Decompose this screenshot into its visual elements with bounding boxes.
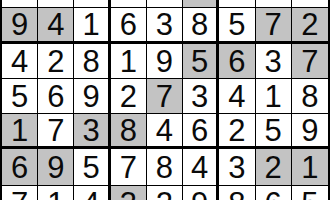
cell-r1-c1[interactable]: 9 — [2, 8, 38, 44]
cell-r1-c9[interactable]: 2 — [292, 8, 328, 44]
cell-r1-c4[interactable]: 6 — [111, 8, 147, 44]
cell-r2-c2[interactable]: 2 — [38, 44, 74, 79]
cell-r6-c4[interactable]: 3 — [111, 186, 147, 200]
cell-r6-c7[interactable]: 8 — [219, 186, 255, 200]
cell-r0-c4[interactable] — [111, 0, 147, 8]
cell-r3-c5[interactable]: 7 — [147, 79, 183, 114]
cell-r2-c3[interactable]: 8 — [74, 44, 110, 79]
cell-r6-c6[interactable]: 9 — [183, 186, 219, 200]
cell-r3-c9[interactable]: 8 — [292, 79, 328, 114]
cell-r3-c8[interactable]: 1 — [256, 79, 292, 114]
cell-r3-c4[interactable]: 2 — [111, 79, 147, 114]
cell-r6-c5[interactable]: 2 — [147, 186, 183, 200]
cell-r4-c8[interactable]: 5 — [256, 114, 292, 149]
cell-r4-c7[interactable]: 2 — [219, 114, 255, 149]
cell-r4-c6[interactable]: 6 — [183, 114, 219, 149]
cell-r6-c3[interactable]: 4 — [74, 186, 110, 200]
cell-r1-c2[interactable]: 4 — [38, 8, 74, 44]
cell-r0-c9[interactable] — [292, 0, 328, 8]
cell-r0-c8[interactable] — [256, 0, 292, 8]
cell-r2-c9[interactable]: 7 — [292, 44, 328, 79]
cell-r5-c1[interactable]: 6 — [2, 149, 38, 186]
cell-r3-c2[interactable]: 6 — [38, 79, 74, 114]
cell-r6-c8[interactable]: 6 — [256, 186, 292, 200]
cell-r4-c4[interactable]: 8 — [111, 114, 147, 149]
cell-r6-c2[interactable]: 1 — [38, 186, 74, 200]
cell-r0-c3[interactable] — [74, 0, 110, 8]
cell-r5-c3[interactable]: 5 — [74, 149, 110, 186]
sudoku-viewport: 9416385724281956375692734181738462596957… — [0, 0, 330, 200]
cell-r4-c2[interactable]: 7 — [38, 114, 74, 149]
cell-r2-c5[interactable]: 9 — [147, 44, 183, 79]
cell-r5-c5[interactable]: 8 — [147, 149, 183, 186]
cell-r0-c1[interactable] — [2, 0, 38, 8]
cell-r4-c1[interactable]: 1 — [2, 114, 38, 149]
cell-r6-c9[interactable]: 5 — [292, 186, 328, 200]
cell-r5-c7[interactable]: 3 — [219, 149, 255, 186]
cell-r5-c9[interactable]: 1 — [292, 149, 328, 186]
cell-r0-c6[interactable] — [183, 0, 219, 8]
cell-r5-c4[interactable]: 7 — [111, 149, 147, 186]
cell-r5-c6[interactable]: 4 — [183, 149, 219, 186]
cell-r2-c7[interactable]: 6 — [219, 44, 255, 79]
cell-r1-c6[interactable]: 8 — [183, 8, 219, 44]
cell-r3-c1[interactable]: 5 — [2, 79, 38, 114]
cell-r4-c3[interactable]: 3 — [74, 114, 110, 149]
cell-r2-c4[interactable]: 1 — [111, 44, 147, 79]
cell-r2-c6[interactable]: 5 — [183, 44, 219, 79]
cell-r1-c8[interactable]: 7 — [256, 8, 292, 44]
cell-r6-c1[interactable]: 7 — [2, 186, 38, 200]
cell-r3-c3[interactable]: 9 — [74, 79, 110, 114]
cell-r4-c5[interactable]: 4 — [147, 114, 183, 149]
cell-r0-c5[interactable] — [147, 0, 183, 8]
cell-r1-c3[interactable]: 1 — [74, 8, 110, 44]
cell-r2-c1[interactable]: 4 — [2, 44, 38, 79]
cell-r1-c7[interactable]: 5 — [219, 8, 255, 44]
cell-r3-c7[interactable]: 4 — [219, 79, 255, 114]
cell-r5-c2[interactable]: 9 — [38, 149, 74, 186]
cell-r4-c9[interactable]: 9 — [292, 114, 328, 149]
cell-r0-c7[interactable] — [219, 0, 255, 8]
sudoku-board: 9416385724281956375692734181738462596957… — [0, 0, 330, 200]
cell-r0-c2[interactable] — [38, 0, 74, 8]
cell-r2-c8[interactable]: 3 — [256, 44, 292, 79]
cell-r1-c5[interactable]: 3 — [147, 8, 183, 44]
cell-r3-c6[interactable]: 3 — [183, 79, 219, 114]
cell-r5-c8[interactable]: 2 — [256, 149, 292, 186]
